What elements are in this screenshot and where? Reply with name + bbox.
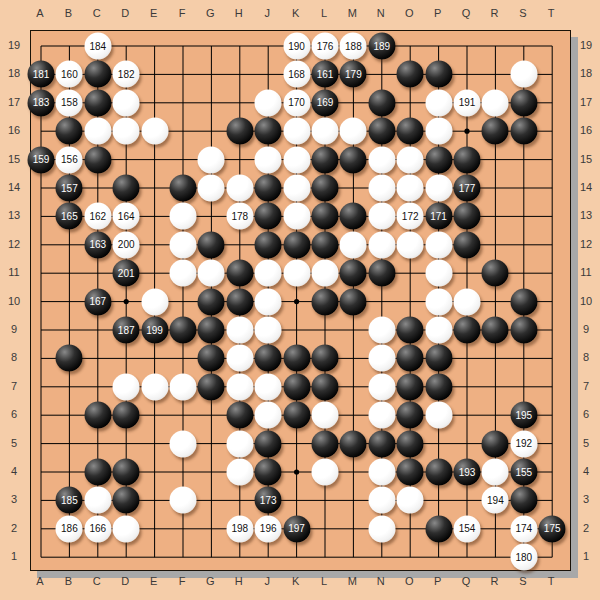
move-number: 182: [118, 69, 135, 79]
stone-Q10[interactable]: [454, 288, 481, 315]
stone-P15[interactable]: [425, 146, 452, 173]
stone-P6[interactable]: [425, 402, 452, 429]
stone-N19[interactable]: 189: [368, 33, 395, 60]
move-number: 156: [61, 155, 78, 165]
stone-R16[interactable]: [482, 118, 509, 145]
stone-M15[interactable]: [340, 146, 367, 173]
stone-H7[interactable]: [226, 373, 253, 400]
stone-S16[interactable]: [510, 118, 537, 145]
col-label-top-H: H: [235, 7, 243, 19]
stone-L4[interactable]: [312, 459, 339, 486]
stone-R4[interactable]: [482, 459, 509, 486]
stone-J9[interactable]: [255, 317, 282, 344]
stone-F14[interactable]: [170, 175, 197, 202]
col-label-bottom-H: H: [235, 575, 243, 587]
stone-B3[interactable]: 185: [56, 487, 83, 514]
col-label-bottom-S: S: [519, 575, 526, 587]
stone-K12[interactable]: [283, 231, 310, 258]
move-number: 164: [118, 211, 135, 221]
stone-O3[interactable]: [397, 487, 424, 514]
stone-M16[interactable]: [340, 118, 367, 145]
row-label-left-3: 3: [11, 493, 17, 505]
stone-H13[interactable]: 178: [226, 203, 253, 230]
stone-S2[interactable]: 174: [510, 515, 537, 542]
col-label-bottom-M: M: [348, 575, 357, 587]
stone-N11[interactable]: [368, 260, 395, 287]
stone-J8[interactable]: [255, 345, 282, 372]
col-label-bottom-B: B: [65, 575, 72, 587]
col-label-top-G: G: [206, 7, 215, 19]
stone-D7[interactable]: [113, 373, 140, 400]
stone-J12[interactable]: [255, 231, 282, 258]
stone-J17[interactable]: [255, 89, 282, 116]
move-number: 194: [487, 495, 504, 505]
stone-N12[interactable]: [368, 231, 395, 258]
stone-L13[interactable]: [312, 203, 339, 230]
col-label-top-O: O: [405, 7, 414, 19]
row-label-left-1: 1: [11, 550, 17, 562]
stone-S18[interactable]: [510, 61, 537, 88]
stone-J3[interactable]: 173: [255, 487, 282, 514]
stone-H6[interactable]: [226, 402, 253, 429]
stone-K6[interactable]: [283, 402, 310, 429]
stone-C3[interactable]: [84, 487, 111, 514]
stone-F11[interactable]: [170, 260, 197, 287]
stone-N2[interactable]: [368, 515, 395, 542]
stone-E10[interactable]: [141, 288, 168, 315]
stone-O16[interactable]: [397, 118, 424, 145]
col-label-top-S: S: [519, 7, 526, 19]
stone-H10[interactable]: [226, 288, 253, 315]
row-label-left-4: 4: [11, 465, 17, 477]
col-label-top-K: K: [292, 7, 299, 19]
move-number: 198: [231, 524, 248, 534]
row-label-right-14: 14: [580, 181, 592, 193]
stone-C12[interactable]: 163: [84, 231, 111, 258]
stone-K8[interactable]: [283, 345, 310, 372]
stone-M10[interactable]: [340, 288, 367, 315]
col-label-top-Q: Q: [462, 7, 471, 19]
row-label-right-2: 2: [583, 522, 589, 534]
row-label-right-5: 5: [583, 437, 589, 449]
stone-M5[interactable]: [340, 430, 367, 457]
stone-P2[interactable]: [425, 515, 452, 542]
stone-N7[interactable]: [368, 373, 395, 400]
stone-L14[interactable]: [312, 175, 339, 202]
stone-L17[interactable]: 169: [312, 89, 339, 116]
stone-N13[interactable]: [368, 203, 395, 230]
row-label-right-6: 6: [583, 408, 589, 420]
stone-F13[interactable]: [170, 203, 197, 230]
stone-L10[interactable]: [312, 288, 339, 315]
stone-Q13[interactable]: [454, 203, 481, 230]
stone-S1[interactable]: 180: [510, 544, 537, 571]
stone-D17[interactable]: [113, 89, 140, 116]
row-label-left-18: 18: [8, 67, 20, 79]
stone-Q9[interactable]: [454, 317, 481, 344]
row-label-left-16: 16: [8, 124, 20, 136]
stone-D14[interactable]: [113, 175, 140, 202]
stone-G10[interactable]: [198, 288, 225, 315]
stone-B14[interactable]: 157: [56, 175, 83, 202]
stone-D4[interactable]: [113, 459, 140, 486]
stone-M13[interactable]: [340, 203, 367, 230]
goban[interactable]: 1841901761881891811601821681611791831581…: [30, 30, 571, 571]
col-label-bottom-E: E: [150, 575, 157, 587]
stone-B17[interactable]: 158: [56, 89, 83, 116]
col-label-bottom-Q: Q: [462, 575, 471, 587]
stone-S17[interactable]: [510, 89, 537, 116]
col-label-bottom-L: L: [321, 575, 327, 587]
row-label-left-17: 17: [8, 96, 20, 108]
row-label-left-15: 15: [8, 153, 20, 165]
stone-M11[interactable]: [340, 260, 367, 287]
stone-K17[interactable]: 170: [283, 89, 310, 116]
stone-P8[interactable]: [425, 345, 452, 372]
stone-P18[interactable]: [425, 61, 452, 88]
move-number: 199: [146, 325, 163, 335]
stone-H5[interactable]: [226, 430, 253, 457]
move-number: 200: [118, 240, 135, 250]
col-label-top-C: C: [93, 7, 101, 19]
stone-C4[interactable]: [84, 459, 111, 486]
stone-F9[interactable]: [170, 317, 197, 344]
stone-O6[interactable]: [397, 402, 424, 429]
stone-O13[interactable]: 172: [397, 203, 424, 230]
stone-M18[interactable]: 179: [340, 61, 367, 88]
stone-D3[interactable]: [113, 487, 140, 514]
stone-F12[interactable]: [170, 231, 197, 258]
move-number: 170: [288, 98, 305, 108]
col-label-bottom-N: N: [377, 575, 385, 587]
stone-C17[interactable]: [84, 89, 111, 116]
stone-E7[interactable]: [141, 373, 168, 400]
stone-D2[interactable]: [113, 515, 140, 542]
row-label-left-5: 5: [11, 437, 17, 449]
stone-H8[interactable]: [226, 345, 253, 372]
stone-B13[interactable]: 165: [56, 203, 83, 230]
move-number: 168: [288, 69, 305, 79]
stone-Q17[interactable]: 191: [454, 89, 481, 116]
row-label-left-11: 11: [8, 266, 19, 278]
stone-P16[interactable]: [425, 118, 452, 145]
stone-P4[interactable]: [425, 459, 452, 486]
stone-L19[interactable]: 176: [312, 33, 339, 60]
row-label-right-16: 16: [580, 124, 592, 136]
stone-J6[interactable]: [255, 402, 282, 429]
stone-P13[interactable]: 171: [425, 203, 452, 230]
stone-K2[interactable]: 197: [283, 515, 310, 542]
stone-N9[interactable]: [368, 317, 395, 344]
hoshi-point-K10: [294, 299, 299, 304]
stone-J15[interactable]: [255, 146, 282, 173]
row-label-right-11: 11: [580, 266, 591, 278]
stone-B16[interactable]: [56, 118, 83, 145]
row-label-left-2: 2: [11, 522, 17, 534]
stone-J11[interactable]: [255, 260, 282, 287]
col-label-bottom-O: O: [405, 575, 414, 587]
hoshi-point-K4: [294, 469, 299, 474]
move-number: 167: [89, 297, 106, 307]
stone-D18[interactable]: 182: [113, 61, 140, 88]
row-label-left-14: 14: [8, 181, 20, 193]
row-label-right-9: 9: [583, 323, 589, 335]
stone-N6[interactable]: [368, 402, 395, 429]
col-label-top-P: P: [434, 7, 441, 19]
col-label-top-L: L: [321, 7, 327, 19]
row-label-right-15: 15: [580, 153, 592, 165]
stone-Q15[interactable]: [454, 146, 481, 173]
stone-J10[interactable]: [255, 288, 282, 315]
stone-L7[interactable]: [312, 373, 339, 400]
stone-K14[interactable]: [283, 175, 310, 202]
move-number: 165: [61, 211, 78, 221]
stone-A15[interactable]: 159: [28, 146, 55, 173]
stone-F5[interactable]: [170, 430, 197, 457]
move-number: 187: [118, 325, 135, 335]
move-number: 163: [89, 240, 106, 250]
stone-N3[interactable]: [368, 487, 395, 514]
move-number: 179: [345, 69, 362, 79]
stone-L8[interactable]: [312, 345, 339, 372]
stone-J2[interactable]: 196: [255, 515, 282, 542]
stone-P14[interactable]: [425, 175, 452, 202]
row-label-left-19: 19: [8, 39, 20, 51]
hoshi-point-Q16: [464, 129, 469, 134]
row-label-left-10: 10: [8, 295, 20, 307]
col-label-top-J: J: [264, 7, 270, 19]
stone-T2[interactable]: 175: [539, 515, 566, 542]
col-label-top-F: F: [179, 7, 186, 19]
stone-Q12[interactable]: [454, 231, 481, 258]
go-board-screenshot: 1841901761881891811601821681611791831581…: [0, 0, 600, 600]
stone-P10[interactable]: [425, 288, 452, 315]
stone-Q14[interactable]: 177: [454, 175, 481, 202]
stone-K15[interactable]: [283, 146, 310, 173]
stone-R17[interactable]: [482, 89, 509, 116]
stone-C6[interactable]: [84, 402, 111, 429]
stone-L16[interactable]: [312, 118, 339, 145]
move-number: 176: [317, 41, 334, 51]
stone-O15[interactable]: [397, 146, 424, 173]
move-number: 192: [515, 439, 532, 449]
row-label-left-9: 9: [11, 323, 17, 335]
stone-N16[interactable]: [368, 118, 395, 145]
stone-L6[interactable]: [312, 402, 339, 429]
stone-K7[interactable]: [283, 373, 310, 400]
stone-C13[interactable]: 162: [84, 203, 111, 230]
move-number: 161: [317, 69, 334, 79]
move-number: 197: [288, 524, 305, 534]
stone-Q2[interactable]: 154: [454, 515, 481, 542]
stone-P12[interactable]: [425, 231, 452, 258]
hoshi-point-D10: [124, 299, 129, 304]
stone-O4[interactable]: [397, 459, 424, 486]
col-label-top-M: M: [348, 7, 357, 19]
row-label-right-1: 1: [583, 550, 589, 562]
stone-C19[interactable]: 184: [84, 33, 111, 60]
stone-P7[interactable]: [425, 373, 452, 400]
stone-L18[interactable]: 161: [312, 61, 339, 88]
stone-J5[interactable]: [255, 430, 282, 457]
stone-S4[interactable]: 155: [510, 459, 537, 486]
stone-E9[interactable]: 199: [141, 317, 168, 344]
stone-C2[interactable]: 166: [84, 515, 111, 542]
row-label-right-18: 18: [580, 67, 592, 79]
stone-M12[interactable]: [340, 231, 367, 258]
stone-K16[interactable]: [283, 118, 310, 145]
stone-H11[interactable]: [226, 260, 253, 287]
stone-F3[interactable]: [170, 487, 197, 514]
row-label-left-12: 12: [8, 238, 20, 250]
stone-B8[interactable]: [56, 345, 83, 372]
stone-C10[interactable]: 167: [84, 288, 111, 315]
col-label-bottom-K: K: [292, 575, 299, 587]
stone-S5[interactable]: 192: [510, 430, 537, 457]
col-label-bottom-P: P: [434, 575, 441, 587]
col-label-top-N: N: [377, 7, 385, 19]
stone-N5[interactable]: [368, 430, 395, 457]
stone-N17[interactable]: [368, 89, 395, 116]
stone-F7[interactable]: [170, 373, 197, 400]
stone-N14[interactable]: [368, 175, 395, 202]
stone-G11[interactable]: [198, 260, 225, 287]
stone-H16[interactable]: [226, 118, 253, 145]
stone-M19[interactable]: 188: [340, 33, 367, 60]
move-number: 166: [89, 524, 106, 534]
stone-N8[interactable]: [368, 345, 395, 372]
stone-J7[interactable]: [255, 373, 282, 400]
stone-E16[interactable]: [141, 118, 168, 145]
stone-L5[interactable]: [312, 430, 339, 457]
stone-D6[interactable]: [113, 402, 140, 429]
stone-O5[interactable]: [397, 430, 424, 457]
stone-A17[interactable]: 183: [28, 89, 55, 116]
stone-D12[interactable]: 200: [113, 231, 140, 258]
move-number: 154: [459, 524, 476, 534]
stone-L15[interactable]: [312, 146, 339, 173]
stone-N4[interactable]: [368, 459, 395, 486]
stone-H14[interactable]: [226, 175, 253, 202]
col-label-bottom-D: D: [121, 575, 129, 587]
col-label-bottom-A: A: [36, 575, 43, 587]
stone-L11[interactable]: [312, 260, 339, 287]
move-number: 174: [515, 524, 532, 534]
stone-D16[interactable]: [113, 118, 140, 145]
stone-L12[interactable]: [312, 231, 339, 258]
stone-J4[interactable]: [255, 459, 282, 486]
stone-O12[interactable]: [397, 231, 424, 258]
stone-C18[interactable]: [84, 61, 111, 88]
move-number: 189: [373, 41, 390, 51]
stone-B2[interactable]: 186: [56, 515, 83, 542]
row-label-right-4: 4: [583, 465, 589, 477]
col-label-top-R: R: [490, 7, 498, 19]
stone-G12[interactable]: [198, 231, 225, 258]
move-number: 175: [544, 524, 561, 534]
stone-G14[interactable]: [198, 175, 225, 202]
row-label-right-8: 8: [583, 351, 589, 363]
stone-S6[interactable]: 195: [510, 402, 537, 429]
move-number: 191: [459, 98, 476, 108]
stone-P17[interactable]: [425, 89, 452, 116]
stone-G9[interactable]: [198, 317, 225, 344]
stone-H2[interactable]: 198: [226, 515, 253, 542]
col-label-bottom-C: C: [93, 575, 101, 587]
move-number: 155: [515, 467, 532, 477]
col-label-top-T: T: [548, 7, 555, 19]
stone-R11[interactable]: [482, 260, 509, 287]
stone-J16[interactable]: [255, 118, 282, 145]
stone-H4[interactable]: [226, 459, 253, 486]
move-number: 193: [459, 467, 476, 477]
stone-G7[interactable]: [198, 373, 225, 400]
col-label-bottom-J: J: [264, 575, 270, 587]
stone-C16[interactable]: [84, 118, 111, 145]
stone-D13[interactable]: 164: [113, 203, 140, 230]
stone-K18[interactable]: 168: [283, 61, 310, 88]
stone-J14[interactable]: [255, 175, 282, 202]
stone-B18[interactable]: 160: [56, 61, 83, 88]
stone-O7[interactable]: [397, 373, 424, 400]
stone-S9[interactable]: [510, 317, 537, 344]
stone-A18[interactable]: 181: [28, 61, 55, 88]
stone-D9[interactable]: 187: [113, 317, 140, 344]
col-label-top-A: A: [36, 7, 43, 19]
stone-G15[interactable]: [198, 146, 225, 173]
row-label-left-13: 13: [8, 209, 20, 221]
row-label-right-7: 7: [583, 380, 589, 392]
stone-O9[interactable]: [397, 317, 424, 344]
stone-J13[interactable]: [255, 203, 282, 230]
stone-R9[interactable]: [482, 317, 509, 344]
stone-O8[interactable]: [397, 345, 424, 372]
stone-D11[interactable]: 201: [113, 260, 140, 287]
move-number: 185: [61, 495, 78, 505]
stone-K19[interactable]: 190: [283, 33, 310, 60]
stone-B15[interactable]: 156: [56, 146, 83, 173]
stone-Q4[interactable]: 193: [454, 459, 481, 486]
move-number: 184: [89, 41, 106, 51]
move-number: 195: [515, 410, 532, 420]
move-number: 186: [61, 524, 78, 534]
stone-R3[interactable]: 194: [482, 487, 509, 514]
move-number: 180: [515, 552, 532, 562]
stone-O18[interactable]: [397, 61, 424, 88]
move-number: 157: [61, 183, 78, 193]
stone-N15[interactable]: [368, 146, 395, 173]
stone-R5[interactable]: [482, 430, 509, 457]
stone-O14[interactable]: [397, 175, 424, 202]
stone-K11[interactable]: [283, 260, 310, 287]
stone-G8[interactable]: [198, 345, 225, 372]
stone-S10[interactable]: [510, 288, 537, 315]
move-number: 188: [345, 41, 362, 51]
move-number: 177: [459, 183, 476, 193]
stone-P11[interactable]: [425, 260, 452, 287]
stone-H9[interactable]: [226, 317, 253, 344]
col-label-top-D: D: [121, 7, 129, 19]
stone-S3[interactable]: [510, 487, 537, 514]
move-number: 196: [260, 524, 277, 534]
move-number: 190: [288, 41, 305, 51]
stone-C15[interactable]: [84, 146, 111, 173]
move-number: 158: [61, 98, 78, 108]
stone-K13[interactable]: [283, 203, 310, 230]
col-label-bottom-R: R: [490, 575, 498, 587]
stone-P9[interactable]: [425, 317, 452, 344]
move-number: 178: [231, 211, 248, 221]
